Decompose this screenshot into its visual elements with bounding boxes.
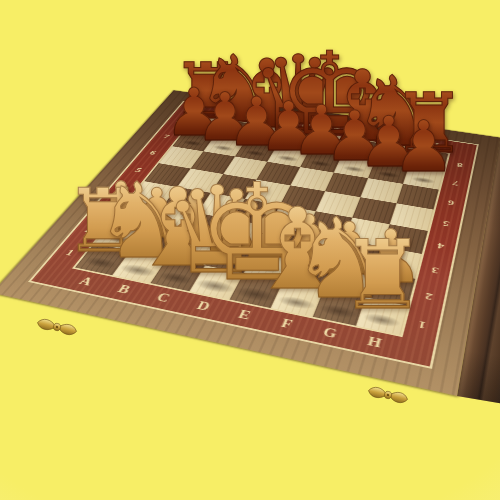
- white-rook-icon: ♜: [340, 227, 426, 322]
- black-pawn-icon: ♟: [392, 112, 455, 182]
- product-photo-stage: AABBCCDDEEFFGGHH1122334455667788 ♜♞♝♛♚♝♞…: [0, 0, 500, 500]
- pieces-layer: ♜♞♝♛♚♝♞♜♟♟♟♟♟♟♟♟♟♟♟♟♟♟♟♟♜♞♝♛♚♝♞♜: [0, 0, 500, 500]
